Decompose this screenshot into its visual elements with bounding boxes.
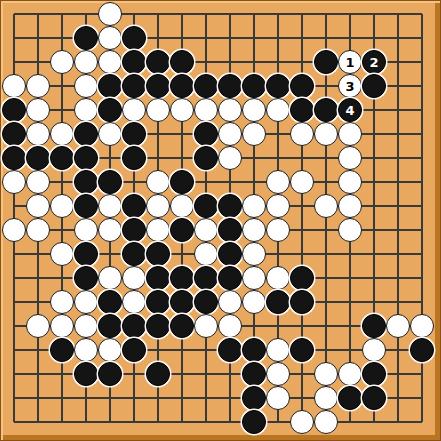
stone (170, 170, 194, 194)
stone (386, 314, 410, 338)
stone (290, 170, 314, 194)
stone (50, 146, 74, 170)
stone (146, 170, 170, 194)
stone (242, 290, 266, 314)
stone (122, 314, 146, 338)
stone (50, 290, 74, 314)
stone (194, 290, 218, 314)
stone (74, 266, 98, 290)
stone (242, 386, 266, 410)
stone (146, 218, 170, 242)
stone (170, 74, 194, 98)
stone (410, 314, 434, 338)
stone (290, 410, 314, 434)
stone (98, 314, 122, 338)
move-stone-1: 1 (338, 50, 362, 74)
stone (122, 266, 146, 290)
stone (26, 146, 50, 170)
stone (314, 386, 338, 410)
stone (74, 146, 98, 170)
stone (146, 266, 170, 290)
stone (338, 146, 362, 170)
stone (242, 362, 266, 386)
stone (242, 98, 266, 122)
stone (218, 74, 242, 98)
stone (266, 98, 290, 122)
stone (338, 170, 362, 194)
stone (338, 122, 362, 146)
stone (74, 122, 98, 146)
stone (50, 194, 74, 218)
stone (218, 218, 242, 242)
stone (290, 266, 314, 290)
stone (146, 194, 170, 218)
stone (146, 50, 170, 74)
board-grid-line (325, 14, 327, 422)
stone (74, 98, 98, 122)
stone (170, 218, 194, 242)
stone (74, 194, 98, 218)
stone (242, 218, 266, 242)
stone (146, 362, 170, 386)
stone (2, 98, 26, 122)
stone (2, 218, 26, 242)
stone (362, 386, 386, 410)
stone (50, 338, 74, 362)
stone (50, 242, 74, 266)
stone (362, 314, 386, 338)
stone (194, 266, 218, 290)
stone (98, 194, 122, 218)
stone (194, 74, 218, 98)
stone (194, 98, 218, 122)
stone (74, 362, 98, 386)
stone (242, 122, 266, 146)
stone (26, 122, 50, 146)
move-stone-3: 3 (338, 74, 362, 98)
stone (146, 290, 170, 314)
stone (122, 338, 146, 362)
stone (218, 290, 242, 314)
stone (338, 218, 362, 242)
stone (290, 74, 314, 98)
stone (314, 122, 338, 146)
stone (74, 26, 98, 50)
stone (314, 410, 338, 434)
stone (314, 98, 338, 122)
stone (50, 122, 74, 146)
stone (314, 362, 338, 386)
board-grid: 1234 (1, 1, 441, 441)
stone (194, 242, 218, 266)
board-grid-line (397, 14, 399, 422)
stone (98, 26, 122, 50)
stone (50, 314, 74, 338)
stone (26, 170, 50, 194)
stone (98, 170, 122, 194)
stone (98, 122, 122, 146)
stone (98, 98, 122, 122)
stone (2, 146, 26, 170)
stone (74, 290, 98, 314)
stone (194, 122, 218, 146)
stone (194, 194, 218, 218)
stone (218, 194, 242, 218)
stone (362, 362, 386, 386)
stone (362, 338, 386, 362)
stone (218, 266, 242, 290)
stone (122, 146, 146, 170)
stone (242, 194, 266, 218)
stone (26, 74, 50, 98)
stone (50, 50, 74, 74)
stone (122, 218, 146, 242)
stone (26, 218, 50, 242)
stone (266, 362, 290, 386)
stone (26, 194, 50, 218)
stone (266, 266, 290, 290)
stone (146, 74, 170, 98)
go-board[interactable]: 1234 (0, 0, 441, 441)
stone (218, 146, 242, 170)
stone (218, 314, 242, 338)
stone (170, 98, 194, 122)
stone (314, 194, 338, 218)
stone (266, 386, 290, 410)
stone (98, 266, 122, 290)
stone (26, 98, 50, 122)
stone (74, 242, 98, 266)
stone (170, 266, 194, 290)
stone (170, 290, 194, 314)
move-stone-2: 2 (362, 50, 386, 74)
stone (122, 194, 146, 218)
stone (122, 122, 146, 146)
stone (170, 194, 194, 218)
stone (122, 26, 146, 50)
stone (122, 242, 146, 266)
stone (218, 122, 242, 146)
stone (98, 74, 122, 98)
stone (338, 386, 362, 410)
stone (290, 338, 314, 362)
stone (266, 74, 290, 98)
stone (290, 98, 314, 122)
stone (242, 74, 266, 98)
stone (170, 314, 194, 338)
stone (266, 290, 290, 314)
stone (266, 170, 290, 194)
stone (242, 266, 266, 290)
stone (146, 98, 170, 122)
stone (266, 194, 290, 218)
stone (122, 98, 146, 122)
stone (74, 218, 98, 242)
stone (266, 218, 290, 242)
stone (74, 170, 98, 194)
stone (26, 314, 50, 338)
stone (98, 2, 122, 26)
stone (362, 74, 386, 98)
stone (98, 218, 122, 242)
stone (170, 50, 194, 74)
stone (98, 290, 122, 314)
stone (74, 314, 98, 338)
stone (218, 338, 242, 362)
stone (74, 50, 98, 74)
stone (2, 74, 26, 98)
stone (146, 242, 170, 266)
stone (74, 338, 98, 362)
stone (122, 74, 146, 98)
stone (314, 50, 338, 74)
stone (122, 50, 146, 74)
stone (338, 362, 362, 386)
stone (98, 50, 122, 74)
stone (290, 122, 314, 146)
stone (194, 218, 218, 242)
stone (290, 290, 314, 314)
board-grid-line (14, 13, 422, 15)
stone (194, 146, 218, 170)
stone (410, 338, 434, 362)
stone (338, 194, 362, 218)
stone (218, 98, 242, 122)
stone (2, 170, 26, 194)
stone (98, 362, 122, 386)
stone (74, 74, 98, 98)
board-grid-line (14, 421, 422, 423)
stone (218, 242, 242, 266)
stone (98, 338, 122, 362)
stone (266, 338, 290, 362)
stone (146, 314, 170, 338)
stone (122, 290, 146, 314)
stone (242, 338, 266, 362)
move-stone-4: 4 (338, 98, 362, 122)
stone (2, 122, 26, 146)
stone (242, 242, 266, 266)
stone (194, 314, 218, 338)
stone (242, 410, 266, 434)
